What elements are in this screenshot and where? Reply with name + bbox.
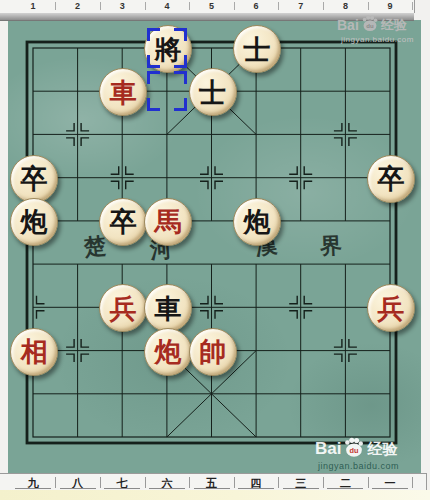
- piece-glyph: 卒: [21, 165, 48, 192]
- xiangqi-app-window: 123456789 楚河漢界 將士車士卒卒炮卒馬炮兵車兵相炮帥 九八七六五四三二…: [0, 0, 430, 500]
- top-ruler-label: 1: [30, 1, 35, 11]
- piece-glyph: 士: [244, 36, 271, 63]
- top-ruler-label: 5: [209, 1, 214, 11]
- ruler-tick: [100, 2, 101, 10]
- top-ruler-label: 3: [120, 1, 125, 11]
- river-char: 界: [319, 231, 342, 262]
- piece-red-elephant[interactable]: 相: [10, 328, 58, 376]
- ruler-tick: [278, 477, 279, 488]
- ruler-tick: [234, 477, 235, 488]
- ruler-tick: [412, 2, 413, 10]
- top-ruler-label: 8: [343, 1, 348, 11]
- piece-red-horse[interactable]: 馬: [144, 198, 192, 246]
- piece-glyph: 卒: [110, 208, 137, 235]
- piece-glyph: 車: [110, 79, 137, 106]
- ruler-segment-underline: [149, 488, 185, 489]
- piece-black-chariot[interactable]: 車: [144, 284, 192, 332]
- piece-glyph: 帥: [199, 338, 226, 365]
- bottom-file-ruler: 九八七六五四三二一: [0, 473, 427, 491]
- ruler-tick: [368, 2, 369, 10]
- ruler-tick: [55, 2, 56, 10]
- piece-black-general[interactable]: 將: [144, 25, 192, 73]
- piece-glyph: 兵: [110, 295, 137, 322]
- piece-black-advisor[interactable]: 士: [233, 25, 281, 73]
- ruler-segment-underline: [15, 488, 51, 489]
- ruler-tick: [145, 2, 146, 10]
- piece-glyph: 炮: [154, 338, 181, 365]
- ruler-bevel: [0, 13, 414, 21]
- ruler-tick: [100, 477, 101, 488]
- ruler-segment-underline: [283, 488, 319, 489]
- piece-glyph: 相: [21, 338, 48, 365]
- piece-glyph: 兵: [378, 295, 405, 322]
- ruler-tick: [55, 477, 56, 488]
- piece-red-cannon[interactable]: 炮: [144, 328, 192, 376]
- top-ruler-label: 6: [254, 1, 259, 11]
- ruler-tick: [145, 477, 146, 488]
- piece-glyph: 將: [154, 36, 181, 63]
- ruler-tick: [323, 2, 324, 10]
- piece-glyph: 士: [199, 79, 226, 106]
- ruler-segment-underline: [238, 488, 274, 489]
- ruler-tick: [278, 2, 279, 10]
- top-ruler-label: 4: [164, 1, 169, 11]
- ruler-tick: [189, 477, 190, 488]
- piece-glyph: 車: [154, 295, 181, 322]
- top-ruler-label: 7: [298, 1, 303, 11]
- ruler-segment-underline: [104, 488, 140, 489]
- piece-black-soldier[interactable]: 卒: [367, 155, 415, 203]
- ruler-tick: [368, 477, 369, 488]
- ruler-tick: [189, 2, 190, 10]
- ruler-segment-underline: [194, 488, 230, 489]
- ruler-tick: [323, 477, 324, 488]
- ruler-tick: [234, 2, 235, 10]
- piece-glyph: 馬: [154, 208, 181, 235]
- piece-black-cannon[interactable]: 炮: [10, 198, 58, 246]
- piece-black-soldier[interactable]: 卒: [10, 155, 58, 203]
- ruler-segment-underline: [60, 488, 96, 489]
- piece-red-soldier[interactable]: 兵: [367, 284, 415, 332]
- top-file-ruler: 123456789: [0, 0, 415, 13]
- ruler-segment-underline: [372, 488, 408, 489]
- bottom-strip: [0, 490, 430, 500]
- piece-black-soldier[interactable]: 卒: [99, 198, 147, 246]
- top-ruler-label: 2: [75, 1, 80, 11]
- piece-black-cannon[interactable]: 炮: [233, 198, 281, 246]
- top-ruler-label: 9: [387, 1, 392, 11]
- ruler-tick: [412, 477, 413, 488]
- piece-black-advisor[interactable]: 士: [189, 68, 237, 116]
- piece-glyph: 卒: [378, 165, 405, 192]
- piece-glyph: 炮: [244, 208, 271, 235]
- piece-red-general[interactable]: 帥: [189, 328, 237, 376]
- piece-glyph: 炮: [21, 208, 48, 235]
- ruler-segment-underline: [327, 488, 363, 489]
